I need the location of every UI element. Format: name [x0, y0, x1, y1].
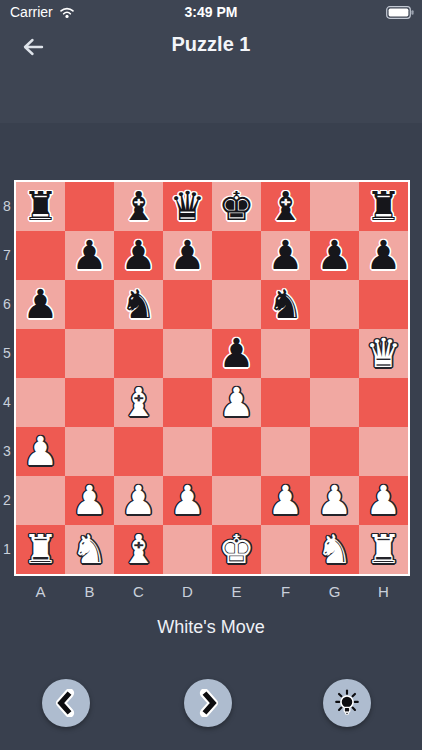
- square-d2[interactable]: ♟: [163, 476, 212, 525]
- square-g2[interactable]: ♟: [310, 476, 359, 525]
- square-f2[interactable]: ♟: [261, 476, 310, 525]
- square-h7[interactable]: ♟: [359, 231, 408, 280]
- square-c8[interactable]: ♝: [114, 182, 163, 231]
- square-g6[interactable]: [310, 280, 359, 329]
- square-b1[interactable]: ♞: [65, 525, 114, 574]
- file-label-a: A: [16, 583, 65, 600]
- white-pawn-icon[interactable]: ♟: [366, 476, 402, 525]
- square-b5[interactable]: [65, 329, 114, 378]
- next-move-button[interactable]: [184, 679, 232, 727]
- square-c4[interactable]: ♝: [114, 378, 163, 427]
- square-b4[interactable]: [65, 378, 114, 427]
- square-f8[interactable]: ♝: [261, 182, 310, 231]
- black-bishop-icon[interactable]: ♝: [268, 182, 304, 231]
- black-rook-icon[interactable]: ♜: [23, 182, 59, 231]
- square-a8[interactable]: ♜: [16, 182, 65, 231]
- square-h6[interactable]: [359, 280, 408, 329]
- black-knight-icon[interactable]: ♞: [268, 280, 304, 329]
- chevron-left-icon: [52, 689, 80, 717]
- square-g3[interactable]: [310, 427, 359, 476]
- file-label-d: D: [163, 583, 212, 600]
- white-rook-icon[interactable]: ♜: [23, 525, 59, 574]
- white-bishop-icon[interactable]: ♝: [121, 378, 157, 427]
- square-h5[interactable]: ♛: [359, 329, 408, 378]
- rank-label-5: 5: [0, 329, 14, 378]
- black-pawn-icon[interactable]: ♟: [317, 231, 353, 280]
- square-e7[interactable]: [212, 231, 261, 280]
- black-pawn-icon[interactable]: ♟: [23, 280, 59, 329]
- square-h4[interactable]: [359, 378, 408, 427]
- square-g5[interactable]: [310, 329, 359, 378]
- file-label-b: B: [65, 583, 114, 600]
- white-pawn-icon[interactable]: ♟: [317, 476, 353, 525]
- square-b7[interactable]: ♟: [65, 231, 114, 280]
- black-pawn-icon[interactable]: ♟: [219, 329, 255, 378]
- controls-bar: [0, 679, 422, 727]
- previous-move-button[interactable]: [42, 679, 90, 727]
- square-e5[interactable]: ♟: [212, 329, 261, 378]
- chevron-right-icon: [194, 689, 222, 717]
- square-e8[interactable]: ♚: [212, 182, 261, 231]
- square-a3[interactable]: ♟: [16, 427, 65, 476]
- lightbulb-icon: [333, 689, 361, 717]
- square-a5[interactable]: [16, 329, 65, 378]
- file-label-h: H: [359, 583, 408, 600]
- rank-labels: 87654321: [0, 182, 14, 574]
- white-pawn-icon[interactable]: ♟: [170, 476, 206, 525]
- white-rook-icon[interactable]: ♜: [366, 525, 402, 574]
- rank-label-8: 8: [0, 182, 14, 231]
- square-b2[interactable]: ♟: [65, 476, 114, 525]
- square-h2[interactable]: ♟: [359, 476, 408, 525]
- square-h3[interactable]: [359, 427, 408, 476]
- white-king-icon[interactable]: ♚: [219, 525, 255, 574]
- page-title: Puzzle 1: [0, 33, 422, 56]
- black-pawn-icon[interactable]: ♟: [268, 231, 304, 280]
- square-f5[interactable]: [261, 329, 310, 378]
- square-d8[interactable]: ♛: [163, 182, 212, 231]
- white-pawn-icon[interactable]: ♟: [72, 476, 108, 525]
- square-c1[interactable]: ♝: [114, 525, 163, 574]
- square-b8[interactable]: [65, 182, 114, 231]
- square-a2[interactable]: [16, 476, 65, 525]
- square-g1[interactable]: ♞: [310, 525, 359, 574]
- square-a4[interactable]: [16, 378, 65, 427]
- black-rook-icon[interactable]: ♜: [366, 182, 402, 231]
- black-pawn-icon[interactable]: ♟: [121, 231, 157, 280]
- square-e1[interactable]: ♚: [212, 525, 261, 574]
- black-king-icon[interactable]: ♚: [219, 182, 255, 231]
- square-h1[interactable]: ♜: [359, 525, 408, 574]
- black-queen-icon[interactable]: ♛: [170, 182, 206, 231]
- black-pawn-icon[interactable]: ♟: [170, 231, 206, 280]
- rank-label-4: 4: [0, 378, 14, 427]
- move-indicator: White's Move: [0, 617, 422, 638]
- square-c3[interactable]: [114, 427, 163, 476]
- square-f6[interactable]: ♞: [261, 280, 310, 329]
- square-e2[interactable]: [212, 476, 261, 525]
- rank-label-3: 3: [0, 427, 14, 476]
- file-label-f: F: [261, 583, 310, 600]
- white-knight-icon[interactable]: ♞: [72, 525, 108, 574]
- chess-board[interactable]: ♜♝♛♚♝♜♟♟♟♟♟♟♟♞♞♟♛♝♟♟♟♟♟♟♟♟♜♞♝♚♞♜: [14, 180, 410, 576]
- square-c2[interactable]: ♟: [114, 476, 163, 525]
- square-g4[interactable]: [310, 378, 359, 427]
- square-c6[interactable]: ♞: [114, 280, 163, 329]
- square-c5[interactable]: [114, 329, 163, 378]
- square-d5[interactable]: [163, 329, 212, 378]
- file-label-g: G: [310, 583, 359, 600]
- white-pawn-icon[interactable]: ♟: [121, 476, 157, 525]
- black-bishop-icon[interactable]: ♝: [121, 182, 157, 231]
- black-knight-icon[interactable]: ♞: [121, 280, 157, 329]
- square-f1[interactable]: [261, 525, 310, 574]
- square-g7[interactable]: ♟: [310, 231, 359, 280]
- square-d4[interactable]: [163, 378, 212, 427]
- square-d7[interactable]: ♟: [163, 231, 212, 280]
- square-g8[interactable]: [310, 182, 359, 231]
- white-bishop-icon[interactable]: ♝: [121, 525, 157, 574]
- battery-icon: [386, 6, 414, 19]
- square-e6[interactable]: [212, 280, 261, 329]
- square-f4[interactable]: [261, 378, 310, 427]
- square-e4[interactable]: ♟: [212, 378, 261, 427]
- file-label-e: E: [212, 583, 261, 600]
- status-bar: Carrier 3:49 PM: [0, 0, 422, 24]
- square-a1[interactable]: ♜: [16, 525, 65, 574]
- black-pawn-icon[interactable]: ♟: [72, 231, 108, 280]
- square-c7[interactable]: ♟: [114, 231, 163, 280]
- white-queen-icon[interactable]: ♛: [366, 329, 402, 378]
- square-b6[interactable]: [65, 280, 114, 329]
- hint-button[interactable]: [323, 679, 371, 727]
- square-d3[interactable]: [163, 427, 212, 476]
- white-pawn-icon[interactable]: ♟: [268, 476, 304, 525]
- rank-label-1: 1: [0, 525, 14, 574]
- square-a6[interactable]: ♟: [16, 280, 65, 329]
- file-labels: ABCDEFGH: [16, 583, 408, 600]
- square-f3[interactable]: [261, 427, 310, 476]
- white-knight-icon[interactable]: ♞: [317, 525, 353, 574]
- clock-time: 3:49 PM: [0, 0, 422, 24]
- square-f7[interactable]: ♟: [261, 231, 310, 280]
- black-pawn-icon[interactable]: ♟: [366, 231, 402, 280]
- square-d6[interactable]: [163, 280, 212, 329]
- white-pawn-icon[interactable]: ♟: [219, 378, 255, 427]
- square-d1[interactable]: [163, 525, 212, 574]
- rank-label-7: 7: [0, 231, 14, 280]
- rank-label-6: 6: [0, 280, 14, 329]
- square-b3[interactable]: [65, 427, 114, 476]
- white-pawn-icon[interactable]: ♟: [23, 427, 59, 476]
- file-label-c: C: [114, 583, 163, 600]
- square-h8[interactable]: ♜: [359, 182, 408, 231]
- rank-label-2: 2: [0, 476, 14, 525]
- square-a7[interactable]: [16, 231, 65, 280]
- square-e3[interactable]: [212, 427, 261, 476]
